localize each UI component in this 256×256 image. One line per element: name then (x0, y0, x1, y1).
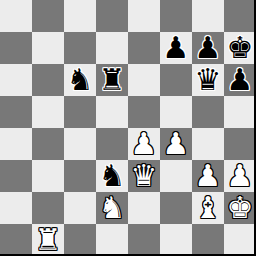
white-bishop[interactable]: ♝ (195, 192, 222, 224)
square-d7[interactable] (96, 32, 128, 64)
chess-board-wrapper: ♟♟♚♞♜♛♟♟♟♞♛♟♟♞♝♚♜ (0, 0, 256, 256)
square-g8[interactable] (192, 0, 224, 32)
square-b7[interactable] (32, 32, 64, 64)
square-f3[interactable] (160, 160, 192, 192)
square-h5[interactable] (224, 96, 256, 128)
square-c8[interactable] (64, 0, 96, 32)
square-a8[interactable] (0, 0, 32, 32)
square-h7[interactable]: ♚ (224, 32, 256, 64)
black-pawn[interactable]: ♟ (195, 32, 222, 64)
square-h6[interactable]: ♟ (224, 64, 256, 96)
square-f8[interactable] (160, 0, 192, 32)
black-knight[interactable]: ♞ (99, 160, 126, 192)
square-a7[interactable] (0, 32, 32, 64)
square-f5[interactable] (160, 96, 192, 128)
white-queen[interactable]: ♛ (131, 160, 158, 192)
square-e4[interactable]: ♟ (128, 128, 160, 160)
square-b3[interactable] (32, 160, 64, 192)
square-a2[interactable] (0, 192, 32, 224)
square-d3[interactable]: ♞ (96, 160, 128, 192)
square-c5[interactable] (64, 96, 96, 128)
square-c6[interactable]: ♞ (64, 64, 96, 96)
square-b6[interactable] (32, 64, 64, 96)
white-pawn[interactable]: ♟ (227, 160, 254, 192)
square-d5[interactable] (96, 96, 128, 128)
square-b5[interactable] (32, 96, 64, 128)
square-a3[interactable] (0, 160, 32, 192)
square-d6[interactable]: ♜ (96, 64, 128, 96)
square-e2[interactable] (128, 192, 160, 224)
square-f4[interactable]: ♟ (160, 128, 192, 160)
square-e1[interactable] (128, 224, 160, 256)
white-pawn[interactable]: ♟ (131, 128, 158, 160)
square-a5[interactable] (0, 96, 32, 128)
square-b1[interactable]: ♜ (32, 224, 64, 256)
square-e3[interactable]: ♛ (128, 160, 160, 192)
square-g1[interactable] (192, 224, 224, 256)
square-g2[interactable]: ♝ (192, 192, 224, 224)
square-g4[interactable] (192, 128, 224, 160)
square-f2[interactable] (160, 192, 192, 224)
square-d1[interactable] (96, 224, 128, 256)
square-g6[interactable]: ♛ (192, 64, 224, 96)
square-c2[interactable] (64, 192, 96, 224)
square-g3[interactable]: ♟ (192, 160, 224, 192)
black-pawn[interactable]: ♟ (227, 64, 254, 96)
white-pawn[interactable]: ♟ (163, 128, 190, 160)
white-knight[interactable]: ♞ (99, 192, 126, 224)
square-b4[interactable] (32, 128, 64, 160)
black-queen[interactable]: ♛ (195, 64, 222, 96)
black-pawn[interactable]: ♟ (163, 32, 190, 64)
square-f6[interactable] (160, 64, 192, 96)
square-d2[interactable]: ♞ (96, 192, 128, 224)
black-knight[interactable]: ♞ (67, 64, 94, 96)
square-c3[interactable] (64, 160, 96, 192)
square-c7[interactable] (64, 32, 96, 64)
square-d4[interactable] (96, 128, 128, 160)
square-e6[interactable] (128, 64, 160, 96)
square-e5[interactable] (128, 96, 160, 128)
square-a4[interactable] (0, 128, 32, 160)
square-c1[interactable] (64, 224, 96, 256)
chess-board: ♟♟♚♞♜♛♟♟♟♞♛♟♟♞♝♚♜ (0, 0, 256, 256)
square-a6[interactable] (0, 64, 32, 96)
square-b2[interactable] (32, 192, 64, 224)
square-e7[interactable] (128, 32, 160, 64)
white-rook[interactable]: ♜ (35, 224, 62, 256)
square-e8[interactable] (128, 0, 160, 32)
black-rook[interactable]: ♜ (99, 64, 126, 96)
square-h1[interactable] (224, 224, 256, 256)
square-d8[interactable] (96, 0, 128, 32)
square-b8[interactable] (32, 0, 64, 32)
square-g7[interactable]: ♟ (192, 32, 224, 64)
square-h3[interactable]: ♟ (224, 160, 256, 192)
black-king[interactable]: ♚ (227, 32, 254, 64)
square-a1[interactable] (0, 224, 32, 256)
square-f7[interactable]: ♟ (160, 32, 192, 64)
square-g5[interactable] (192, 96, 224, 128)
white-king[interactable]: ♚ (227, 192, 254, 224)
square-c4[interactable] (64, 128, 96, 160)
square-h4[interactable] (224, 128, 256, 160)
square-f1[interactable] (160, 224, 192, 256)
white-pawn[interactable]: ♟ (195, 160, 222, 192)
square-h8[interactable] (224, 0, 256, 32)
square-h2[interactable]: ♚ (224, 192, 256, 224)
